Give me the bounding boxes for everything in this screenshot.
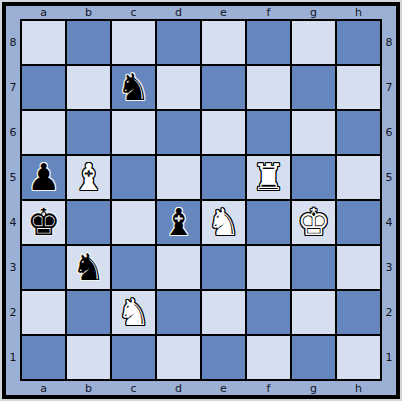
- square-b3[interactable]: ♞: [67, 246, 110, 289]
- rank-label-1: 1: [386, 352, 393, 363]
- piece-white-knight[interactable]: ♞: [207, 201, 240, 244]
- square-e8[interactable]: [202, 21, 245, 64]
- square-g6[interactable]: [292, 111, 335, 154]
- square-g3[interactable]: [292, 246, 335, 289]
- square-h2[interactable]: [337, 291, 380, 334]
- square-e7[interactable]: [202, 66, 245, 109]
- rank-label-3: 3: [10, 262, 17, 273]
- square-h3[interactable]: [337, 246, 380, 289]
- square-e5[interactable]: [202, 156, 245, 199]
- square-f4[interactable]: [247, 201, 290, 244]
- square-e1[interactable]: [202, 336, 245, 379]
- square-h1[interactable]: [337, 336, 380, 379]
- file-labels-bottom: abcdefgh: [20, 381, 382, 395]
- square-c7[interactable]: ♞: [112, 66, 155, 109]
- square-d1[interactable]: [157, 336, 200, 379]
- square-c5[interactable]: [112, 156, 155, 199]
- square-e4[interactable]: ♞: [202, 201, 245, 244]
- square-d4[interactable]: ♝: [157, 201, 200, 244]
- square-c4[interactable]: [112, 201, 155, 244]
- rank-label-4: 4: [10, 217, 17, 228]
- board-mat: abcdefgh 87654321 ♞♟♝♜♚♝♞♚♞♞ 87654321 ab…: [6, 6, 396, 395]
- file-label-c: c: [130, 7, 136, 18]
- piece-black-knight[interactable]: ♞: [117, 66, 150, 109]
- piece-black-king[interactable]: ♚: [27, 201, 60, 244]
- square-b8[interactable]: [67, 21, 110, 64]
- piece-white-king[interactable]: ♚: [297, 201, 330, 244]
- file-label-f: f: [267, 383, 271, 394]
- square-h4[interactable]: [337, 201, 380, 244]
- file-label-b: b: [85, 383, 92, 394]
- rank-label-4: 4: [386, 217, 393, 228]
- square-c2[interactable]: ♞: [112, 291, 155, 334]
- square-g7[interactable]: [292, 66, 335, 109]
- square-f1[interactable]: [247, 336, 290, 379]
- file-label-h: h: [355, 383, 362, 394]
- file-label-e: e: [220, 383, 227, 394]
- piece-black-bishop[interactable]: ♝: [162, 201, 195, 244]
- square-a3[interactable]: [22, 246, 65, 289]
- square-f8[interactable]: [247, 21, 290, 64]
- square-a8[interactable]: [22, 21, 65, 64]
- square-a6[interactable]: [22, 111, 65, 154]
- square-a1[interactable]: [22, 336, 65, 379]
- rank-label-6: 6: [10, 127, 17, 138]
- rank-label-7: 7: [386, 82, 393, 93]
- file-label-g: g: [310, 383, 317, 394]
- rank-labels-right: 87654321: [382, 19, 396, 381]
- square-g2[interactable]: [292, 291, 335, 334]
- square-g5[interactable]: [292, 156, 335, 199]
- square-g8[interactable]: [292, 21, 335, 64]
- square-a7[interactable]: [22, 66, 65, 109]
- square-h7[interactable]: [337, 66, 380, 109]
- file-label-f: f: [267, 7, 271, 18]
- board-frame: abcdefgh 87654321 ♞♟♝♜♚♝♞♚♞♞ 87654321 ab…: [2, 2, 400, 399]
- file-label-d: d: [175, 7, 182, 18]
- square-d8[interactable]: [157, 21, 200, 64]
- square-f3[interactable]: [247, 246, 290, 289]
- square-a2[interactable]: [22, 291, 65, 334]
- square-f6[interactable]: [247, 111, 290, 154]
- piece-white-bishop[interactable]: ♝: [72, 156, 105, 199]
- file-label-h: h: [355, 7, 362, 18]
- square-a5[interactable]: ♟: [22, 156, 65, 199]
- square-d6[interactable]: [157, 111, 200, 154]
- rank-label-5: 5: [386, 172, 393, 183]
- square-c6[interactable]: [112, 111, 155, 154]
- file-labels-top: abcdefgh: [20, 6, 382, 19]
- square-f7[interactable]: [247, 66, 290, 109]
- file-label-d: d: [175, 383, 182, 394]
- file-label-g: g: [310, 7, 317, 18]
- square-c8[interactable]: [112, 21, 155, 64]
- square-b7[interactable]: [67, 66, 110, 109]
- square-d7[interactable]: [157, 66, 200, 109]
- square-d2[interactable]: [157, 291, 200, 334]
- square-b4[interactable]: [67, 201, 110, 244]
- square-b6[interactable]: [67, 111, 110, 154]
- square-h6[interactable]: [337, 111, 380, 154]
- square-g1[interactable]: [292, 336, 335, 379]
- file-label-a: a: [40, 383, 47, 394]
- file-label-b: b: [85, 7, 92, 18]
- square-f2[interactable]: [247, 291, 290, 334]
- piece-black-knight[interactable]: ♞: [72, 246, 105, 289]
- square-a4[interactable]: ♚: [22, 201, 65, 244]
- file-label-c: c: [130, 383, 136, 394]
- rank-label-1: 1: [10, 352, 17, 363]
- file-label-e: e: [220, 7, 227, 18]
- square-c3[interactable]: [112, 246, 155, 289]
- square-h8[interactable]: [337, 21, 380, 64]
- square-d3[interactable]: [157, 246, 200, 289]
- square-d5[interactable]: [157, 156, 200, 199]
- rank-label-8: 8: [10, 37, 17, 48]
- square-e6[interactable]: [202, 111, 245, 154]
- piece-white-rook[interactable]: ♜: [252, 156, 285, 199]
- rank-label-6: 6: [386, 127, 393, 138]
- file-label-a: a: [40, 7, 47, 18]
- square-c1[interactable]: [112, 336, 155, 379]
- rank-labels-left: 87654321: [6, 19, 20, 381]
- square-h5[interactable]: [337, 156, 380, 199]
- rank-label-5: 5: [10, 172, 17, 183]
- rank-label-7: 7: [10, 82, 17, 93]
- square-e3[interactable]: [202, 246, 245, 289]
- piece-white-knight[interactable]: ♞: [117, 291, 150, 334]
- square-f5[interactable]: ♜: [247, 156, 290, 199]
- rank-label-3: 3: [386, 262, 393, 273]
- chess-board: ♞♟♝♜♚♝♞♚♞♞: [20, 19, 382, 381]
- square-b1[interactable]: [67, 336, 110, 379]
- square-e2[interactable]: [202, 291, 245, 334]
- rank-label-8: 8: [386, 37, 393, 48]
- rank-label-2: 2: [10, 307, 17, 318]
- piece-black-pawn[interactable]: ♟: [27, 156, 60, 199]
- square-b2[interactable]: [67, 291, 110, 334]
- rank-label-2: 2: [386, 307, 393, 318]
- square-g4[interactable]: ♚: [292, 201, 335, 244]
- chess-diagram: abcdefgh 87654321 ♞♟♝♜♚♝♞♚♞♞ 87654321 ab…: [0, 0, 402, 401]
- square-b5[interactable]: ♝: [67, 156, 110, 199]
